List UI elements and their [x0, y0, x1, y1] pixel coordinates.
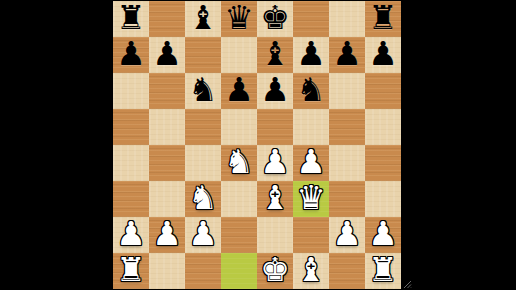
square-d3[interactable]: [221, 181, 257, 217]
black-king[interactable]: ♚: [260, 1, 290, 36]
black-pawn[interactable]: ♟: [224, 73, 254, 108]
square-c1[interactable]: [185, 253, 221, 289]
square-c4[interactable]: [185, 145, 221, 181]
square-a2[interactable]: ♟: [113, 217, 149, 253]
square-g3[interactable]: [329, 181, 365, 217]
white-pawn[interactable]: ♟: [332, 217, 362, 252]
square-b1[interactable]: [149, 253, 185, 289]
square-f8[interactable]: [293, 1, 329, 37]
square-a8[interactable]: ♜: [113, 1, 149, 37]
white-pawn[interactable]: ♟: [296, 145, 326, 180]
square-c5[interactable]: [185, 109, 221, 145]
square-g2[interactable]: ♟: [329, 217, 365, 253]
square-b6[interactable]: [149, 73, 185, 109]
square-h4[interactable]: [365, 145, 401, 181]
square-f3[interactable]: ♛: [293, 181, 329, 217]
square-h7[interactable]: ♟: [365, 37, 401, 73]
square-b7[interactable]: ♟: [149, 37, 185, 73]
square-a4[interactable]: [113, 145, 149, 181]
black-queen[interactable]: ♛: [224, 1, 254, 36]
white-pawn[interactable]: ♟: [152, 217, 182, 252]
black-knight[interactable]: ♞: [188, 73, 218, 108]
square-c2[interactable]: ♟: [185, 217, 221, 253]
square-c7[interactable]: [185, 37, 221, 73]
black-pawn[interactable]: ♟: [296, 37, 326, 72]
square-h1[interactable]: ♜: [365, 253, 401, 289]
background: ♜♝♛♚♜♟♟♝♟♟♟♞♟♟♞♞♟♟♞♝♛♟♟♟♟♟♜♚♝♜: [0, 0, 516, 290]
square-b3[interactable]: [149, 181, 185, 217]
square-d2[interactable]: [221, 217, 257, 253]
square-f2[interactable]: [293, 217, 329, 253]
square-a7[interactable]: ♟: [113, 37, 149, 73]
square-f4[interactable]: ♟: [293, 145, 329, 181]
white-knight[interactable]: ♞: [188, 181, 218, 216]
square-g4[interactable]: [329, 145, 365, 181]
white-rook[interactable]: ♜: [116, 253, 146, 288]
square-b2[interactable]: ♟: [149, 217, 185, 253]
chess-board: ♜♝♛♚♜♟♟♝♟♟♟♞♟♟♞♞♟♟♞♝♛♟♟♟♟♟♜♚♝♜: [113, 1, 401, 289]
square-e6[interactable]: ♟: [257, 73, 293, 109]
white-bishop[interactable]: ♝: [296, 253, 326, 288]
square-e1[interactable]: ♚: [257, 253, 293, 289]
square-g8[interactable]: [329, 1, 365, 37]
black-pawn[interactable]: ♟: [152, 37, 182, 72]
square-g1[interactable]: [329, 253, 365, 289]
white-king[interactable]: ♚: [260, 253, 290, 288]
square-d1[interactable]: [221, 253, 257, 289]
black-bishop[interactable]: ♝: [260, 37, 290, 72]
square-e8[interactable]: ♚: [257, 1, 293, 37]
square-f6[interactable]: ♞: [293, 73, 329, 109]
square-f7[interactable]: ♟: [293, 37, 329, 73]
black-rook[interactable]: ♜: [368, 1, 398, 36]
black-rook[interactable]: ♜: [116, 1, 146, 36]
white-bishop[interactable]: ♝: [260, 181, 290, 216]
square-g7[interactable]: ♟: [329, 37, 365, 73]
square-d6[interactable]: ♟: [221, 73, 257, 109]
square-c8[interactable]: ♝: [185, 1, 221, 37]
square-f5[interactable]: [293, 109, 329, 145]
white-pawn[interactable]: ♟: [188, 217, 218, 252]
square-h6[interactable]: [365, 73, 401, 109]
square-a1[interactable]: ♜: [113, 253, 149, 289]
square-d5[interactable]: [221, 109, 257, 145]
square-b5[interactable]: [149, 109, 185, 145]
white-pawn[interactable]: ♟: [260, 145, 290, 180]
black-knight[interactable]: ♞: [296, 73, 326, 108]
square-e4[interactable]: ♟: [257, 145, 293, 181]
black-pawn[interactable]: ♟: [368, 37, 398, 72]
square-g5[interactable]: [329, 109, 365, 145]
square-c6[interactable]: ♞: [185, 73, 221, 109]
square-h3[interactable]: [365, 181, 401, 217]
square-f1[interactable]: ♝: [293, 253, 329, 289]
square-g6[interactable]: [329, 73, 365, 109]
square-d4[interactable]: ♞: [221, 145, 257, 181]
square-b8[interactable]: [149, 1, 185, 37]
square-h8[interactable]: ♜: [365, 1, 401, 37]
square-h2[interactable]: ♟: [365, 217, 401, 253]
square-h5[interactable]: [365, 109, 401, 145]
white-queen[interactable]: ♛: [296, 181, 326, 216]
white-pawn[interactable]: ♟: [368, 217, 398, 252]
white-pawn[interactable]: ♟: [116, 217, 146, 252]
resize-grip-icon[interactable]: [402, 279, 412, 289]
black-pawn[interactable]: ♟: [260, 73, 290, 108]
white-knight[interactable]: ♞: [224, 145, 254, 180]
square-d7[interactable]: [221, 37, 257, 73]
square-e2[interactable]: [257, 217, 293, 253]
square-d8[interactable]: ♛: [221, 1, 257, 37]
black-bishop[interactable]: ♝: [188, 1, 218, 36]
square-c3[interactable]: ♞: [185, 181, 221, 217]
square-e5[interactable]: [257, 109, 293, 145]
black-pawn[interactable]: ♟: [332, 37, 362, 72]
square-e7[interactable]: ♝: [257, 37, 293, 73]
square-a5[interactable]: [113, 109, 149, 145]
white-rook[interactable]: ♜: [368, 253, 398, 288]
square-b4[interactable]: [149, 145, 185, 181]
black-pawn[interactable]: ♟: [116, 37, 146, 72]
square-a3[interactable]: [113, 181, 149, 217]
square-e3[interactable]: ♝: [257, 181, 293, 217]
square-a6[interactable]: [113, 73, 149, 109]
